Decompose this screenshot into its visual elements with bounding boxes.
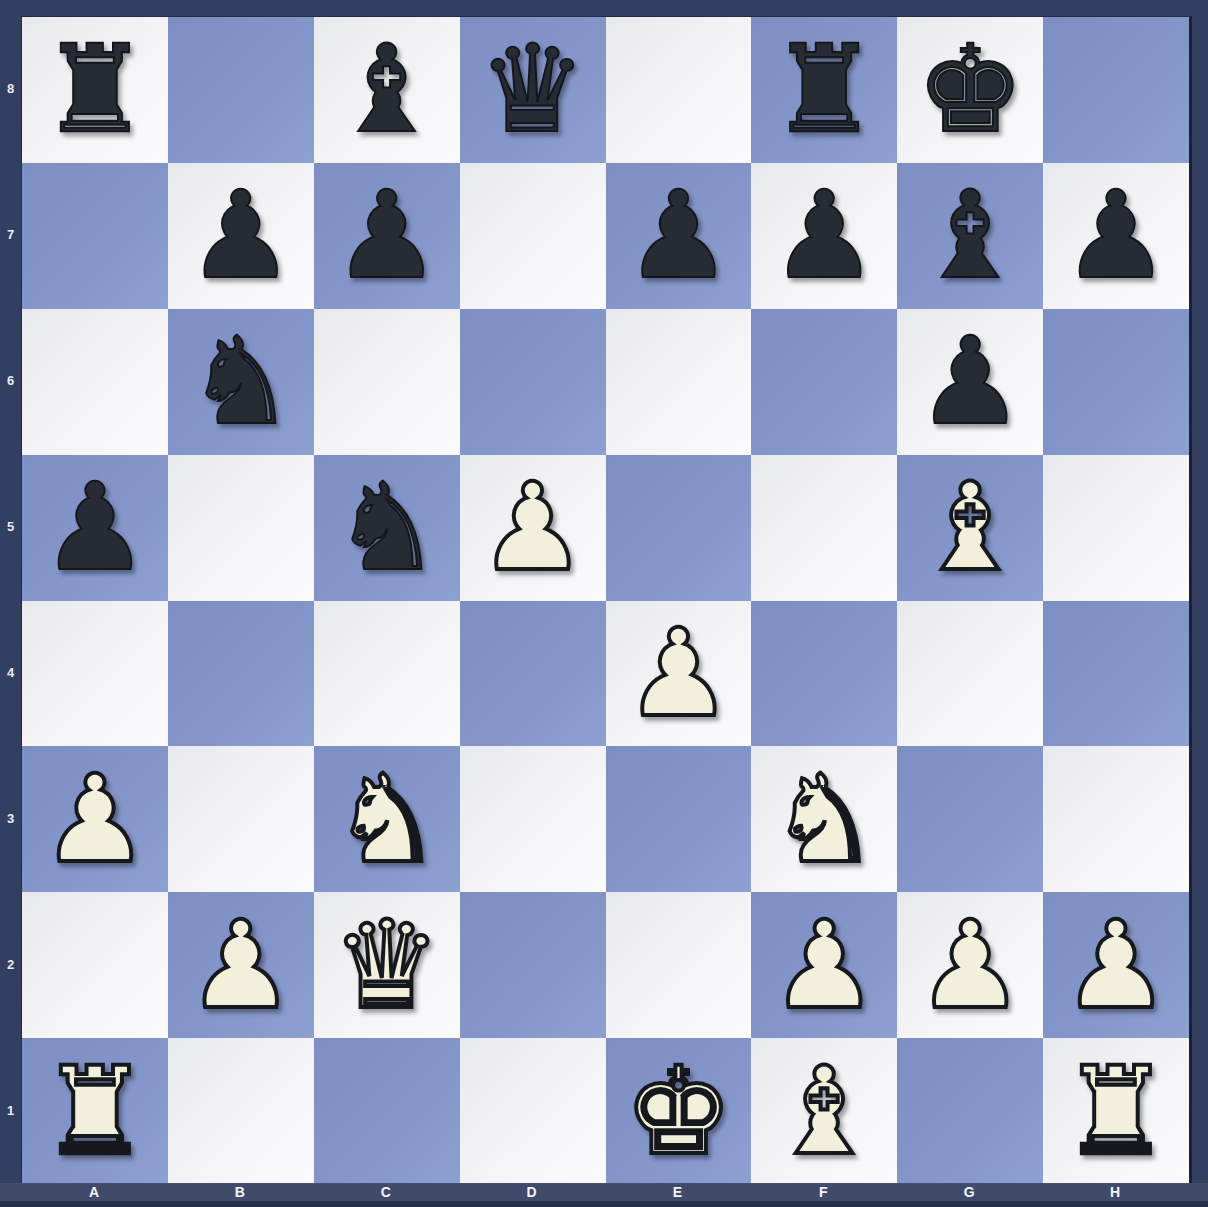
square-g3[interactable] [897, 746, 1043, 892]
black-pawn: ♟ [41, 467, 149, 588]
square-c4[interactable] [314, 601, 460, 747]
square-d6[interactable] [460, 309, 606, 455]
black-pawn: ♟ [770, 175, 878, 296]
square-g6[interactable]: ♟ [897, 309, 1043, 455]
square-e4[interactable]: ♟ [606, 601, 752, 747]
square-d3[interactable] [460, 746, 606, 892]
rank-label-2: 2 [0, 891, 21, 1037]
square-a4[interactable] [22, 601, 168, 747]
square-a7[interactable] [22, 163, 168, 309]
square-g7[interactable]: ♝ [897, 163, 1043, 309]
square-f6[interactable] [751, 309, 897, 455]
square-a1[interactable]: ♜ [22, 1038, 168, 1184]
square-d8[interactable]: ♛ [460, 17, 606, 163]
black-bishop: ♝ [332, 29, 440, 150]
square-h1[interactable]: ♜ [1043, 1038, 1189, 1184]
white-pawn: ♟ [624, 613, 732, 734]
square-c5[interactable]: ♞ [314, 455, 460, 601]
rank-label-1: 1 [0, 1037, 21, 1183]
square-c3[interactable]: ♞ [314, 746, 460, 892]
white-rook: ♜ [1062, 1051, 1170, 1172]
file-label-g: G [896, 1184, 1042, 1201]
rank-label-4: 4 [0, 600, 21, 746]
square-d5[interactable]: ♟ [460, 455, 606, 601]
square-d7[interactable] [460, 163, 606, 309]
black-pawn: ♟ [916, 321, 1024, 442]
file-label-e: E [605, 1184, 751, 1201]
white-bishop: ♝ [770, 1051, 878, 1172]
file-label-d: D [459, 1184, 605, 1201]
black-pawn: ♟ [624, 175, 732, 296]
white-knight: ♞ [770, 759, 878, 880]
white-pawn: ♟ [41, 759, 149, 880]
square-a6[interactable] [22, 309, 168, 455]
white-rook: ♜ [41, 1051, 149, 1172]
square-b6[interactable]: ♞ [168, 309, 314, 455]
black-knight: ♞ [332, 467, 440, 588]
square-e5[interactable] [606, 455, 752, 601]
black-queen: ♛ [478, 29, 586, 150]
white-pawn: ♟ [187, 905, 295, 1026]
chess-board: ♜♝♛♜♚♟♟♟♟♝♟♞♟♟♞♟♝♟♟♞♞♟♛♟♟♟♜♚♝♜ [21, 16, 1192, 1187]
square-g5[interactable]: ♝ [897, 455, 1043, 601]
white-queen: ♛ [332, 905, 440, 1026]
square-d2[interactable] [460, 892, 606, 1038]
rank-label-8: 8 [0, 16, 21, 162]
white-bishop: ♝ [916, 467, 1024, 588]
white-king: ♚ [624, 1051, 732, 1172]
square-h2[interactable]: ♟ [1043, 892, 1189, 1038]
square-f1[interactable]: ♝ [751, 1038, 897, 1184]
square-a3[interactable]: ♟ [22, 746, 168, 892]
square-b8[interactable] [168, 17, 314, 163]
square-a8[interactable]: ♜ [22, 17, 168, 163]
square-f5[interactable] [751, 455, 897, 601]
square-h3[interactable] [1043, 746, 1189, 892]
square-c6[interactable] [314, 309, 460, 455]
square-g1[interactable] [897, 1038, 1043, 1184]
white-pawn: ♟ [916, 905, 1024, 1026]
file-label-a: A [21, 1184, 167, 1201]
white-knight: ♞ [332, 759, 440, 880]
file-label-b: B [167, 1184, 313, 1201]
black-rook: ♜ [770, 29, 878, 150]
black-rook: ♜ [41, 29, 149, 150]
square-a2[interactable] [22, 892, 168, 1038]
square-h7[interactable]: ♟ [1043, 163, 1189, 309]
square-f3[interactable]: ♞ [751, 746, 897, 892]
black-bishop: ♝ [916, 175, 1024, 296]
file-label-f: F [750, 1184, 896, 1201]
square-c7[interactable]: ♟ [314, 163, 460, 309]
square-g2[interactable]: ♟ [897, 892, 1043, 1038]
square-g8[interactable]: ♚ [897, 17, 1043, 163]
chess-diagram: ♜♝♛♜♚♟♟♟♟♝♟♞♟♟♞♟♝♟♟♞♞♟♛♟♟♟♜♚♝♜ 87654321 … [0, 0, 1208, 1207]
file-label-h: H [1042, 1184, 1188, 1201]
square-e6[interactable] [606, 309, 752, 455]
rank-labels: 87654321 [0, 16, 21, 1183]
white-pawn: ♟ [770, 905, 878, 1026]
file-labels: ABCDEFGH [21, 1184, 1188, 1201]
square-f2[interactable]: ♟ [751, 892, 897, 1038]
rank-label-7: 7 [0, 162, 21, 308]
square-f8[interactable]: ♜ [751, 17, 897, 163]
square-h5[interactable] [1043, 455, 1189, 601]
square-b3[interactable] [168, 746, 314, 892]
square-c2[interactable]: ♛ [314, 892, 460, 1038]
black-pawn: ♟ [1062, 175, 1170, 296]
black-pawn: ♟ [332, 175, 440, 296]
square-b5[interactable] [168, 455, 314, 601]
square-e1[interactable]: ♚ [606, 1038, 752, 1184]
square-h4[interactable] [1043, 601, 1189, 747]
square-b1[interactable] [168, 1038, 314, 1184]
square-e8[interactable] [606, 17, 752, 163]
square-e3[interactable] [606, 746, 752, 892]
square-a5[interactable]: ♟ [22, 455, 168, 601]
square-d1[interactable] [460, 1038, 606, 1184]
file-label-strip: ABCDEFGH [0, 1183, 1208, 1201]
square-d4[interactable] [460, 601, 606, 747]
square-c8[interactable]: ♝ [314, 17, 460, 163]
black-knight: ♞ [187, 321, 295, 442]
square-e7[interactable]: ♟ [606, 163, 752, 309]
square-f4[interactable] [751, 601, 897, 747]
square-b7[interactable]: ♟ [168, 163, 314, 309]
white-pawn: ♟ [1062, 905, 1170, 1026]
file-label-c: C [313, 1184, 459, 1201]
square-g4[interactable] [897, 601, 1043, 747]
rank-label-6: 6 [0, 308, 21, 454]
square-e2[interactable] [606, 892, 752, 1038]
black-king: ♚ [916, 29, 1024, 150]
black-pawn: ♟ [187, 175, 295, 296]
square-c1[interactable] [314, 1038, 460, 1184]
rank-label-3: 3 [0, 745, 21, 891]
white-pawn: ♟ [478, 467, 586, 588]
bottom-border-band [0, 1201, 1208, 1207]
rank-label-5: 5 [0, 454, 21, 600]
square-h6[interactable] [1043, 309, 1189, 455]
square-f7[interactable]: ♟ [751, 163, 897, 309]
square-b4[interactable] [168, 601, 314, 747]
square-b2[interactable]: ♟ [168, 892, 314, 1038]
square-h8[interactable] [1043, 17, 1189, 163]
